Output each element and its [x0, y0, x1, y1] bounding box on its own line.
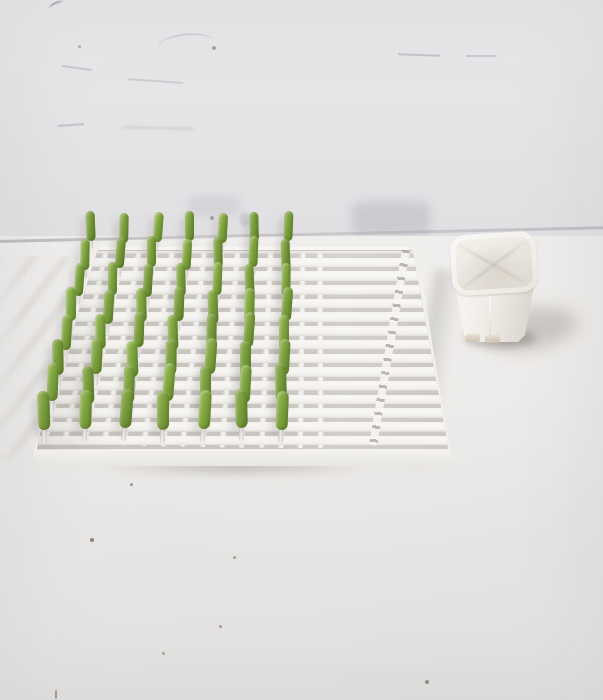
peg-tip [79, 390, 91, 429]
peg-tip [119, 388, 133, 428]
peg-tip [283, 210, 293, 240]
accessory-cup-rim [449, 230, 539, 296]
cup-foot-notch [466, 334, 480, 342]
peg-tip [197, 390, 211, 430]
peg-tip [235, 388, 247, 427]
cup-foot-notch [485, 335, 500, 344]
accessory-cup-corner-highlight [489, 296, 491, 340]
peg-tip [85, 210, 95, 240]
accessory-cup-interior [455, 236, 534, 292]
peg-tip [248, 236, 258, 268]
drying-peg [235, 388, 248, 440]
peg-tip [157, 391, 169, 430]
drying-peg [37, 391, 51, 443]
peg-tip [37, 391, 50, 430]
drying-peg [79, 390, 91, 442]
product-photo [0, 0, 603, 700]
peg-tip [185, 211, 194, 241]
drying-peg [118, 388, 133, 441]
drying-peg [197, 390, 211, 443]
peg-tip [276, 391, 289, 430]
peg-tip [147, 236, 156, 267]
drying-peg [275, 391, 288, 443]
drying-peg [157, 391, 169, 443]
